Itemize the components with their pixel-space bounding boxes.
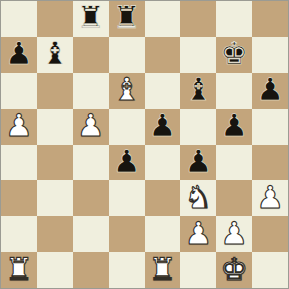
square-f4[interactable]: ♟ [180, 145, 216, 181]
square-f2[interactable]: ♟ [180, 216, 216, 252]
square-h4[interactable] [252, 145, 288, 181]
square-b8[interactable] [37, 1, 73, 37]
square-g3[interactable] [216, 180, 252, 216]
square-d5[interactable] [109, 109, 145, 145]
square-d7[interactable] [109, 37, 145, 73]
piece-white-bishop[interactable]: ♝ [113, 74, 141, 105]
piece-black-pawn[interactable]: ♟ [220, 110, 248, 141]
square-d2[interactable] [109, 216, 145, 252]
square-e2[interactable] [145, 216, 181, 252]
square-c1[interactable] [73, 252, 109, 288]
piece-white-pawn[interactable]: ♟ [184, 218, 212, 249]
square-b3[interactable] [37, 180, 73, 216]
piece-white-knight[interactable]: ♞ [184, 182, 212, 213]
piece-black-pawn[interactable]: ♟ [113, 146, 141, 177]
piece-white-rook[interactable]: ♜ [5, 254, 33, 285]
square-e6[interactable] [145, 73, 181, 109]
square-h8[interactable] [252, 1, 288, 37]
chess-board-container: ♜♜♟♝♚♝♝♟♟♟♟♟♟♟♞♟♟♟♜♜♚ [0, 0, 289, 289]
piece-white-pawn[interactable]: ♟ [77, 110, 105, 141]
square-h7[interactable] [252, 37, 288, 73]
piece-white-pawn[interactable]: ♟ [220, 218, 248, 249]
square-a8[interactable] [1, 1, 37, 37]
square-f1[interactable] [180, 252, 216, 288]
square-f3[interactable]: ♞ [180, 180, 216, 216]
square-b6[interactable] [37, 73, 73, 109]
square-e8[interactable] [145, 1, 181, 37]
square-c5[interactable]: ♟ [73, 109, 109, 145]
square-f7[interactable] [180, 37, 216, 73]
square-g2[interactable]: ♟ [216, 216, 252, 252]
piece-black-king[interactable]: ♚ [220, 38, 248, 69]
piece-white-king[interactable]: ♚ [220, 254, 248, 285]
square-c8[interactable]: ♜ [73, 1, 109, 37]
square-g5[interactable]: ♟ [216, 109, 252, 145]
square-c4[interactable] [73, 145, 109, 181]
square-a4[interactable] [1, 145, 37, 181]
square-f5[interactable] [180, 109, 216, 145]
piece-black-rook[interactable]: ♜ [77, 2, 105, 33]
square-h2[interactable] [252, 216, 288, 252]
piece-white-pawn[interactable]: ♟ [5, 110, 33, 141]
square-g6[interactable] [216, 73, 252, 109]
square-c2[interactable] [73, 216, 109, 252]
square-b2[interactable] [37, 216, 73, 252]
square-c6[interactable] [73, 73, 109, 109]
square-d3[interactable] [109, 180, 145, 216]
chess-board: ♜♜♟♝♚♝♝♟♟♟♟♟♟♟♞♟♟♟♜♜♚ [0, 0, 289, 289]
square-d1[interactable] [109, 252, 145, 288]
piece-black-bishop[interactable]: ♝ [184, 74, 212, 105]
square-a6[interactable] [1, 73, 37, 109]
square-g4[interactable] [216, 145, 252, 181]
piece-black-pawn[interactable]: ♟ [5, 38, 33, 69]
square-c7[interactable] [73, 37, 109, 73]
square-f6[interactable]: ♝ [180, 73, 216, 109]
square-e3[interactable] [145, 180, 181, 216]
piece-white-pawn[interactable]: ♟ [256, 182, 284, 213]
piece-black-rook[interactable]: ♜ [113, 2, 141, 33]
square-d8[interactable]: ♜ [109, 1, 145, 37]
square-b4[interactable] [37, 145, 73, 181]
piece-black-bishop[interactable]: ♝ [41, 38, 69, 69]
square-h1[interactable] [252, 252, 288, 288]
square-c3[interactable] [73, 180, 109, 216]
square-g8[interactable] [216, 1, 252, 37]
square-g7[interactable]: ♚ [216, 37, 252, 73]
square-d4[interactable]: ♟ [109, 145, 145, 181]
square-h5[interactable] [252, 109, 288, 145]
piece-black-pawn[interactable]: ♟ [149, 110, 177, 141]
square-a2[interactable] [1, 216, 37, 252]
square-a3[interactable] [1, 180, 37, 216]
square-b1[interactable] [37, 252, 73, 288]
square-a1[interactable]: ♜ [1, 252, 37, 288]
square-b7[interactable]: ♝ [37, 37, 73, 73]
square-b5[interactable] [37, 109, 73, 145]
square-e7[interactable] [145, 37, 181, 73]
square-d6[interactable]: ♝ [109, 73, 145, 109]
square-f8[interactable] [180, 1, 216, 37]
square-a7[interactable]: ♟ [1, 37, 37, 73]
square-e1[interactable]: ♜ [145, 252, 181, 288]
piece-black-pawn[interactable]: ♟ [184, 146, 212, 177]
piece-white-rook[interactable]: ♜ [149, 254, 177, 285]
square-a5[interactable]: ♟ [1, 109, 37, 145]
piece-black-pawn[interactable]: ♟ [256, 74, 284, 105]
square-h6[interactable]: ♟ [252, 73, 288, 109]
square-g1[interactable]: ♚ [216, 252, 252, 288]
square-h3[interactable]: ♟ [252, 180, 288, 216]
square-e4[interactable] [145, 145, 181, 181]
square-e5[interactable]: ♟ [145, 109, 181, 145]
